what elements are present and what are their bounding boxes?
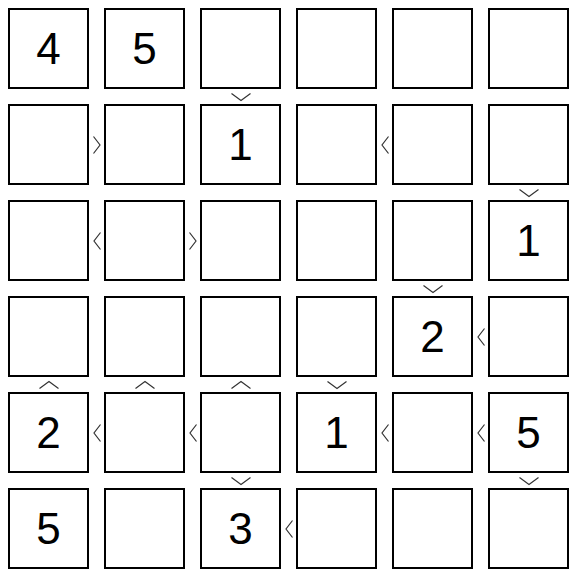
cell-r1c4[interactable]	[296, 8, 377, 89]
cell-r4c5: 2	[392, 296, 473, 377]
cell-r4c1[interactable]	[8, 296, 89, 377]
cell-r1c2: 5	[104, 8, 185, 89]
cell-r5c4: 1	[296, 392, 377, 473]
cell-r2c5[interactable]	[392, 104, 473, 185]
cell-r1c3[interactable]	[200, 8, 281, 89]
cell-r3c4[interactable]	[296, 200, 377, 281]
cell-r4c3[interactable]	[200, 296, 281, 377]
futoshiki-grid: 4511221553	[0, 0, 577, 577]
cell-r2c1[interactable]	[8, 104, 89, 185]
cell-r3c2[interactable]	[104, 200, 185, 281]
cell-r5c5[interactable]	[392, 392, 473, 473]
cell-r6c2[interactable]	[104, 488, 185, 569]
cell-r6c4[interactable]	[296, 488, 377, 569]
cell-r1c5[interactable]	[392, 8, 473, 89]
cell-r2c3: 1	[200, 104, 281, 185]
cell-r1c1: 4	[8, 8, 89, 89]
cell-r6c6[interactable]	[488, 488, 569, 569]
cell-r3c5[interactable]	[392, 200, 473, 281]
cell-r2c4[interactable]	[296, 104, 377, 185]
cell-r6c5[interactable]	[392, 488, 473, 569]
cell-r3c6: 1	[488, 200, 569, 281]
cell-r3c1[interactable]	[8, 200, 89, 281]
cell-r1c6[interactable]	[488, 8, 569, 89]
cell-r5c3[interactable]	[200, 392, 281, 473]
cell-r4c6[interactable]	[488, 296, 569, 377]
futoshiki-board: 4511221553	[0, 0, 577, 577]
cell-r2c2[interactable]	[104, 104, 185, 185]
cell-r4c4[interactable]	[296, 296, 377, 377]
cell-r5c6: 5	[488, 392, 569, 473]
cell-r5c2[interactable]	[104, 392, 185, 473]
cell-r5c1: 2	[8, 392, 89, 473]
cell-r6c1: 5	[8, 488, 89, 569]
cell-r3c3[interactable]	[200, 200, 281, 281]
cell-r4c2[interactable]	[104, 296, 185, 377]
cell-r2c6[interactable]	[488, 104, 569, 185]
cell-r6c3: 3	[200, 488, 281, 569]
